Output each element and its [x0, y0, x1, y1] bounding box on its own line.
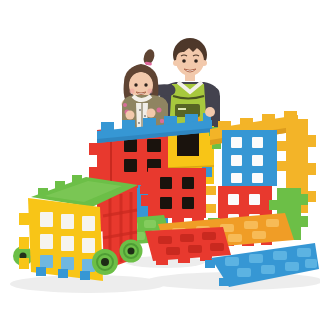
post-tab — [89, 167, 98, 179]
open-window — [231, 137, 242, 148]
base-gap — [58, 269, 68, 278]
waffle-bump — [158, 236, 172, 244]
strip-tab — [299, 194, 308, 205]
wagon-yellow-front — [19, 198, 103, 281]
waffle-bump — [237, 268, 251, 277]
waffle-bump — [261, 265, 275, 274]
girl-shirt-dot — [144, 115, 146, 117]
waffle-bump — [266, 219, 279, 227]
waffle-hole — [40, 212, 53, 227]
wheel-hub — [101, 258, 109, 266]
waffle-tooth — [219, 278, 229, 286]
waffle-bump — [297, 248, 311, 257]
waffle-hole — [40, 234, 53, 249]
big-window-hole — [177, 133, 199, 156]
waffle-hole — [61, 214, 74, 229]
base-gap — [36, 267, 46, 276]
girl-eye — [134, 83, 137, 86]
open-window — [252, 137, 263, 148]
waffle-hole — [40, 255, 53, 268]
waffle-bump — [252, 231, 266, 239]
wheel-front-right — [92, 249, 118, 275]
girl-eye — [144, 83, 147, 86]
waffle-bump — [285, 262, 299, 271]
boy-hand — [205, 107, 215, 117]
waffle-hole — [61, 257, 74, 270]
base-gap — [80, 271, 90, 280]
product-photo — [0, 0, 320, 320]
waffle-hole — [82, 216, 95, 231]
girl-hand — [147, 109, 156, 118]
strip-tab — [299, 216, 308, 227]
window-hole — [182, 197, 194, 209]
post-tab — [277, 141, 287, 151]
strip-tab — [269, 200, 278, 210]
wheel-hub — [128, 248, 135, 255]
waffle-bump — [210, 243, 224, 251]
waffle-bump — [166, 247, 180, 255]
girl-jacket-spot — [160, 119, 164, 123]
boy-eye — [182, 59, 186, 63]
post-tab — [141, 175, 149, 186]
post-tab — [89, 143, 98, 155]
open-window — [252, 173, 263, 183]
front-tab — [19, 213, 29, 225]
waffle-tooth — [205, 260, 215, 268]
waffle-bump — [144, 220, 156, 228]
boy-eye — [194, 59, 198, 63]
girl-blush — [147, 88, 152, 93]
post-tab — [277, 161, 287, 171]
post-tab — [306, 135, 316, 147]
waffle-bump — [273, 251, 287, 260]
open-window — [231, 173, 242, 183]
waffle-bump — [188, 245, 202, 253]
post-tab — [141, 195, 149, 206]
waffle-hole — [61, 236, 74, 251]
connector-knob-gold — [206, 204, 216, 213]
waffle-bump — [180, 234, 194, 242]
window-hole — [124, 139, 137, 152]
open-window — [231, 155, 242, 166]
girl-blush — [129, 88, 134, 93]
window-hole — [160, 177, 172, 189]
connector-knob-gold — [206, 186, 216, 195]
waffle-tooth — [156, 258, 168, 265]
waffle-bump — [202, 232, 216, 240]
window-hole — [160, 197, 172, 209]
girl-shirt-dot — [139, 109, 141, 111]
front-tab — [19, 258, 29, 269]
blue-waffle-wall-right — [222, 130, 277, 186]
open-window — [228, 194, 239, 205]
open-window — [252, 155, 263, 166]
post-tab — [306, 163, 316, 175]
girl-jacket-spot — [157, 108, 162, 113]
waffle-bump — [249, 254, 263, 263]
window-hole — [182, 177, 194, 189]
girl-hand — [126, 111, 135, 120]
waffle-bump — [244, 221, 258, 229]
wheel-far-right — [120, 240, 143, 263]
boy-neck — [185, 73, 195, 81]
waffle-hole — [82, 238, 95, 253]
waffle-bump — [228, 234, 242, 242]
window-hole — [124, 159, 137, 172]
window-hole — [147, 139, 161, 152]
girl-jacket-spot — [123, 103, 127, 107]
boy-bib-print-detail — [178, 108, 186, 110]
waffle-bump — [225, 257, 239, 266]
boy-ear — [173, 60, 179, 66]
scene-illustration — [0, 0, 320, 320]
open-window — [249, 194, 260, 205]
front-tab — [19, 237, 29, 249]
girl-shirt-dot — [138, 122, 140, 124]
waffle-bump — [305, 259, 317, 268]
waffle-tooth — [200, 254, 212, 261]
waffle-tooth — [178, 256, 190, 263]
boy-ear — [201, 60, 207, 66]
